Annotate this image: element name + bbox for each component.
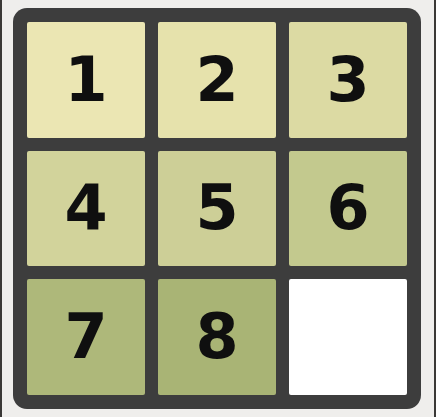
tile-7[interactable]: 7 [27,279,145,395]
tile-8[interactable]: 8 [158,279,276,395]
window-edge-left [0,0,2,417]
tile-4[interactable]: 4 [27,151,145,267]
app-background: 12345678 [0,0,436,417]
puzzle-board: 12345678 [13,8,421,409]
puzzle-grid: 12345678 [27,22,407,395]
tile-6[interactable]: 6 [289,151,407,267]
tile-5[interactable]: 5 [158,151,276,267]
tile-2[interactable]: 2 [158,22,276,138]
blank-cell [289,279,407,395]
tile-3[interactable]: 3 [289,22,407,138]
tile-1[interactable]: 1 [27,22,145,138]
